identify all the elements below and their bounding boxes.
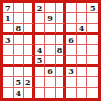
sudoku-cell-r9c1[interactable]	[3, 88, 14, 98]
sudoku-cell-r5c9[interactable]	[87, 45, 98, 55]
sudoku-cell-r6c3[interactable]	[24, 56, 35, 67]
sudoku-cell-r7c2[interactable]	[14, 67, 25, 77]
sudoku-cell-r9c9[interactable]	[87, 88, 98, 98]
sudoku-cell-r5c3[interactable]	[24, 45, 35, 55]
sudoku-cell-r3c6[interactable]	[56, 24, 67, 35]
sudoku-cell-r2c9[interactable]	[87, 13, 98, 23]
sudoku-cell-r8c7[interactable]	[66, 77, 77, 87]
sudoku-given-r6c4[interactable]: 5	[35, 56, 46, 67]
sudoku-cell-r7c3[interactable]	[24, 67, 35, 77]
sudoku-cell-r3c7[interactable]	[66, 24, 77, 35]
sudoku-cell-r1c3[interactable]	[24, 3, 35, 13]
sudoku-cell-r1c5[interactable]	[45, 3, 56, 13]
sudoku-cell-r8c9[interactable]	[87, 77, 98, 87]
sudoku-given-r8c3[interactable]: 2	[24, 77, 35, 87]
sudoku-cell-r5c5[interactable]	[45, 45, 56, 55]
sudoku-cell-r9c4[interactable]	[35, 88, 46, 98]
sudoku-cell-r4c8[interactable]	[77, 35, 88, 45]
sudoku-cell-r7c1[interactable]	[3, 67, 14, 77]
sudoku-cell-r8c8[interactable]	[77, 77, 88, 87]
sudoku-given-r3c2[interactable]: 8	[14, 24, 25, 35]
sudoku-given-r7c7[interactable]: 3	[66, 67, 77, 77]
sudoku-cell-r9c3[interactable]	[24, 88, 35, 98]
sudoku-cell-r5c7[interactable]	[66, 45, 77, 55]
sudoku-cell-r5c2[interactable]	[14, 45, 25, 55]
sudoku-cell-r4c6[interactable]	[56, 35, 67, 45]
sudoku-given-r5c6[interactable]: 8	[56, 45, 67, 55]
sudoku-cell-r9c8[interactable]	[77, 88, 88, 98]
sudoku-given-r1c1[interactable]: 7	[3, 3, 14, 13]
sudoku-cell-r4c2[interactable]	[14, 35, 25, 45]
sudoku-cell-r4c5[interactable]	[45, 35, 56, 45]
sudoku-given-r1c9[interactable]: 5	[87, 3, 98, 13]
sudoku-given-r4c7[interactable]: 6	[66, 35, 77, 45]
sudoku-given-r4c1[interactable]: 3	[3, 35, 14, 45]
sudoku-cell-r2c6[interactable]	[56, 13, 67, 23]
sudoku-given-r7c5[interactable]: 6	[45, 67, 56, 77]
sudoku-cell-r4c4[interactable]	[35, 35, 46, 45]
sudoku-cell-r5c8[interactable]	[77, 45, 88, 55]
sudoku-cell-r5c1[interactable]	[3, 45, 14, 55]
sudoku-cell-r9c6[interactable]	[56, 88, 67, 98]
sudoku-cell-r6c6[interactable]	[56, 56, 67, 67]
sudoku-cell-r2c4[interactable]	[35, 13, 46, 23]
sudoku-given-r8c2[interactable]: 5	[14, 77, 25, 87]
sudoku-cell-r1c6[interactable]	[56, 3, 67, 13]
sudoku-cell-r1c7[interactable]	[66, 3, 77, 13]
sudoku-cell-r2c3[interactable]	[24, 13, 35, 23]
sudoku-cell-r6c8[interactable]	[77, 56, 88, 67]
sudoku-cell-r9c7[interactable]	[66, 88, 77, 98]
sudoku-board: 72519843648563524	[0, 0, 101, 101]
sudoku-cell-r6c9[interactable]	[87, 56, 98, 67]
sudoku-given-r1c4[interactable]: 2	[35, 3, 46, 13]
sudoku-cell-r6c2[interactable]	[14, 56, 25, 67]
sudoku-given-r9c2[interactable]: 4	[14, 88, 25, 98]
sudoku-cell-r6c5[interactable]	[45, 56, 56, 67]
sudoku-cell-r1c2[interactable]	[14, 3, 25, 13]
sudoku-cell-r3c5[interactable]	[45, 24, 56, 35]
sudoku-cell-r9c5[interactable]	[45, 88, 56, 98]
sudoku-cell-r6c1[interactable]	[3, 56, 14, 67]
sudoku-cell-r3c4[interactable]	[35, 24, 46, 35]
sudoku-cell-r6c7[interactable]	[66, 56, 77, 67]
sudoku-cell-r3c3[interactable]	[24, 24, 35, 35]
sudoku-cell-r8c1[interactable]	[3, 77, 14, 87]
sudoku-cell-r4c9[interactable]	[87, 35, 98, 45]
sudoku-given-r3c8[interactable]: 4	[77, 24, 88, 35]
sudoku-cell-r7c4[interactable]	[35, 67, 46, 77]
sudoku-cell-r3c1[interactable]	[3, 24, 14, 35]
sudoku-cell-r4c3[interactable]	[24, 35, 35, 45]
sudoku-cell-r3c9[interactable]	[87, 24, 98, 35]
sudoku-given-r2c5[interactable]: 9	[45, 13, 56, 23]
sudoku-cell-r8c6[interactable]	[56, 77, 67, 87]
sudoku-cell-r7c6[interactable]	[56, 67, 67, 77]
sudoku-given-r2c1[interactable]: 1	[3, 13, 14, 23]
sudoku-cell-r7c8[interactable]	[77, 67, 88, 77]
sudoku-cell-r7c9[interactable]	[87, 67, 98, 77]
sudoku-cell-r2c7[interactable]	[66, 13, 77, 23]
sudoku-cell-r8c4[interactable]	[35, 77, 46, 87]
sudoku-cell-r1c8[interactable]	[77, 3, 88, 13]
sudoku-cell-r8c5[interactable]	[45, 77, 56, 87]
